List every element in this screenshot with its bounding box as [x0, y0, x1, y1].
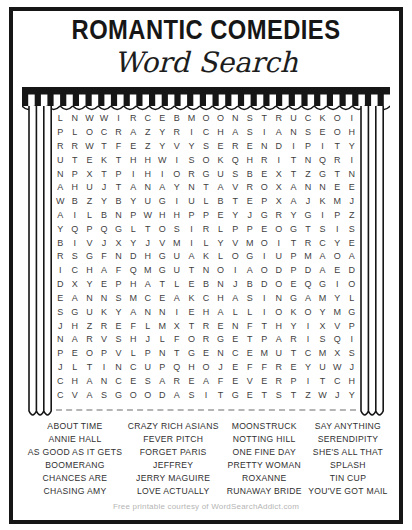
grid-cell: U	[140, 361, 155, 375]
grid-cell: A	[53, 181, 68, 195]
grid-cell: H	[242, 153, 257, 167]
grid-cell: R	[126, 112, 141, 126]
grid-cell: T	[330, 167, 345, 181]
grid-cell: O	[330, 250, 345, 264]
grid-cell: P	[184, 209, 199, 223]
grid-cell: S	[111, 292, 126, 306]
grid-cell: I	[330, 278, 345, 292]
grid-cell: Y	[286, 319, 301, 333]
grid-cell: P	[111, 278, 126, 292]
grid-cell: Q	[330, 333, 345, 347]
grid-cell: K	[97, 305, 112, 319]
grid-cell: H	[140, 167, 155, 181]
grid-cell: L	[126, 222, 141, 236]
grid-cell: J	[53, 361, 68, 375]
word-list-column: SAY ANYTHINGSERENDIPITYSHE'S ALL THATSPL…	[308, 420, 388, 498]
grid-cell: E	[111, 319, 126, 333]
grid-cell: O	[155, 222, 170, 236]
word-item: PRETTY WOMAN	[221, 459, 308, 472]
grid-cell: E	[257, 167, 272, 181]
grid-cell: N	[286, 126, 301, 140]
grid-cell: J	[330, 388, 345, 402]
grid-cell: S	[228, 167, 243, 181]
grid-cell: J	[140, 236, 155, 250]
grid-cell: V	[242, 374, 257, 388]
word-item: FORGET PARIS	[126, 446, 221, 459]
grid-cell: S	[53, 305, 68, 319]
grid-cell: O	[257, 181, 272, 195]
grid-cell: B	[170, 112, 185, 126]
grid-cell: B	[242, 278, 257, 292]
grid-cell: L	[213, 222, 228, 236]
grid-cell: O	[344, 278, 359, 292]
grid-cell: O	[330, 126, 345, 140]
grid-cell: J	[140, 333, 155, 347]
grid-cell: T	[155, 278, 170, 292]
grid-cell: T	[140, 222, 155, 236]
grid-cell: J	[97, 236, 112, 250]
grid-cell: F	[242, 361, 257, 375]
page-subtitle: Word Search	[0, 46, 412, 79]
grid-cell: Y	[228, 209, 243, 223]
word-item: CRAZY RICH ASIANS	[126, 420, 221, 433]
grid-cell: G	[286, 222, 301, 236]
grid-cell: A	[301, 292, 316, 306]
grid-cell: Q	[228, 153, 243, 167]
grid-cell: R	[272, 374, 287, 388]
grid-cell: T	[184, 264, 199, 278]
grid-cell: A	[228, 292, 243, 306]
curtain-right-drape	[359, 106, 385, 420]
grid-cell: I	[301, 319, 316, 333]
grid-cell: Q	[68, 222, 83, 236]
grid-cell: I	[184, 236, 199, 250]
grid-cell: Q	[126, 264, 141, 278]
grid-cell: L	[68, 361, 83, 375]
word-item: RUNAWAY BRIDE	[221, 485, 308, 498]
grid-cell: J	[228, 278, 243, 292]
grid-cell: R	[272, 209, 287, 223]
grid-cell: G	[257, 209, 272, 223]
grid-cell: E	[242, 388, 257, 402]
grid-cell: I	[170, 153, 185, 167]
grid-cell: O	[213, 112, 228, 126]
grid-cell: R	[330, 153, 345, 167]
grid-cell: L	[344, 292, 359, 306]
grid-cell: P	[53, 126, 68, 140]
grid-cell: N	[53, 333, 68, 347]
grid-cell: I	[170, 195, 185, 209]
grid-cell: R	[199, 319, 214, 333]
curtain-left-drape	[27, 106, 53, 420]
grid-cell: L	[213, 250, 228, 264]
grid-cell: N	[97, 292, 112, 306]
grid-cell: T	[228, 195, 243, 209]
grid-cell: G	[155, 250, 170, 264]
grid-cell: J	[242, 209, 257, 223]
grid-cell: R	[301, 236, 316, 250]
grid-cell: H	[140, 250, 155, 264]
grid-cell: O	[199, 361, 214, 375]
grid-cell: N	[301, 153, 316, 167]
grid-cell: F	[111, 140, 126, 154]
grid-cell: Q	[170, 361, 185, 375]
grid-cell: N	[344, 167, 359, 181]
grid-cell: W	[140, 209, 155, 223]
grid-cell: R	[257, 153, 272, 167]
grid-cell: L	[199, 195, 214, 209]
grid-cell: E	[242, 195, 257, 209]
grid-cell: U	[170, 250, 185, 264]
grid-cell: G	[213, 333, 228, 347]
grid-cell: W	[53, 195, 68, 209]
grid-cell: O	[257, 236, 272, 250]
grid-cell: M	[257, 347, 272, 361]
grid-cell: P	[286, 264, 301, 278]
grid-cell: U	[213, 167, 228, 181]
grid-cell: S	[199, 140, 214, 154]
word-item: SPLASH	[308, 459, 388, 472]
grid-cell: T	[257, 112, 272, 126]
grid-cell: Y	[53, 222, 68, 236]
grid-cell: H	[213, 292, 228, 306]
grid-cell: A	[315, 264, 330, 278]
grid-cell: S	[344, 347, 359, 361]
grid-cell: U	[82, 181, 97, 195]
grid-cell: I	[257, 292, 272, 306]
grid-cell: P	[126, 209, 141, 223]
grid-cell: S	[301, 126, 316, 140]
grid-cell: R	[286, 333, 301, 347]
grid-cell: S	[170, 222, 185, 236]
grid-cell: Z	[301, 167, 316, 181]
grid-cell: I	[170, 305, 185, 319]
word-item: ABOUT TIME	[24, 420, 126, 433]
grid-cell: O	[228, 250, 243, 264]
grid-cell: N	[213, 347, 228, 361]
grid-cell: I	[344, 333, 359, 347]
grid-cell: C	[301, 347, 316, 361]
grid-cell: I	[257, 305, 272, 319]
grid-cell: V	[170, 140, 185, 154]
grid-cell: Y	[301, 361, 316, 375]
grid-cell: H	[126, 333, 141, 347]
grid-cell: U	[140, 195, 155, 209]
grid-cell: N	[228, 319, 243, 333]
grid-cell: O	[272, 278, 287, 292]
grid-cell: V	[330, 319, 345, 333]
grid-cell: G	[242, 250, 257, 264]
grid-cell: I	[68, 209, 83, 223]
word-item: SERENDIPITY	[308, 433, 388, 446]
grid-cell: V	[97, 333, 112, 347]
grid-cell: P	[228, 222, 243, 236]
grid-cell: T	[286, 236, 301, 250]
grid-cell: N	[155, 347, 170, 361]
grid-cell: U	[315, 361, 330, 375]
word-item: LOVE ACTUALLY	[126, 485, 221, 498]
grid-cell: X	[111, 236, 126, 250]
word-item: CHASING AMY	[24, 485, 126, 498]
grid-cell: P	[286, 374, 301, 388]
grid-cell: K	[213, 153, 228, 167]
grid-cell: S	[97, 388, 112, 402]
grid-cell: G	[315, 278, 330, 292]
grid-cell: K	[315, 195, 330, 209]
grid-cell: A	[184, 250, 199, 264]
grid-cell: O	[170, 167, 185, 181]
grid-cell: E	[257, 222, 272, 236]
grid-cell: A	[97, 264, 112, 278]
word-item: SHE'S ALL THAT	[308, 446, 388, 459]
grid-cell: O	[82, 126, 97, 140]
grid-cell: C	[199, 126, 214, 140]
grid-cell: L	[155, 333, 170, 347]
grid-cell: R	[53, 250, 68, 264]
grid-cell: I	[199, 388, 214, 402]
grid-cell: H	[126, 153, 141, 167]
grid-cell: I	[315, 209, 330, 223]
grid-cell: V	[82, 236, 97, 250]
grid-cell: Y	[111, 305, 126, 319]
grid-cell: S	[315, 333, 330, 347]
grid-cell: V	[68, 388, 83, 402]
grid-cell: T	[184, 319, 199, 333]
grid-cell: L	[199, 236, 214, 250]
grid-cell: Y	[344, 140, 359, 154]
grid-cell: A	[68, 292, 83, 306]
grid-cell: G	[68, 305, 83, 319]
grid-cell: D	[155, 388, 170, 402]
grid-cell: Y	[126, 195, 141, 209]
grid-cell: H	[68, 374, 83, 388]
grid-cell: C	[111, 374, 126, 388]
grid-cell: G	[301, 209, 316, 223]
grid-cell: I	[344, 153, 359, 167]
grid-cell: A	[82, 388, 97, 402]
grid-cell: I	[272, 153, 287, 167]
grid-cell: Z	[82, 319, 97, 333]
grid-cell: U	[82, 305, 97, 319]
grid-cell: H	[213, 126, 228, 140]
grid-cell: C	[301, 112, 316, 126]
grid-cell: T	[286, 153, 301, 167]
grid-cell: T	[199, 181, 214, 195]
grid-cell: P	[140, 347, 155, 361]
grid-cell: A	[344, 250, 359, 264]
grid-cell: T	[68, 153, 83, 167]
grid-cell: T	[82, 361, 97, 375]
grid-cell: U	[272, 347, 287, 361]
grid-cell: N	[111, 361, 126, 375]
grid-cell: B	[242, 167, 257, 181]
grid-cell: W	[155, 153, 170, 167]
grid-cell: R	[199, 222, 214, 236]
grid-cell: K	[184, 292, 199, 306]
grid-cell: H	[68, 181, 83, 195]
grid-cell: N	[111, 250, 126, 264]
grid-cell: R	[199, 333, 214, 347]
grid-cell: P	[97, 347, 112, 361]
grid-cell: P	[199, 209, 214, 223]
grid-cell: E	[213, 319, 228, 333]
grid-cell: F	[126, 319, 141, 333]
grid-cell: U	[184, 195, 199, 209]
grid-cell: R	[111, 126, 126, 140]
grid-cell: F	[213, 374, 228, 388]
grid-cell: G	[184, 347, 199, 361]
grid-cell: E	[344, 236, 359, 250]
grid-cell: M	[170, 236, 185, 250]
grid-cell: T	[97, 167, 112, 181]
grid-cell: I	[126, 167, 141, 181]
grid-cell: T	[286, 347, 301, 361]
grid-cell: L	[53, 112, 68, 126]
grid-cell: H	[272, 319, 287, 333]
grid-cell: V	[228, 181, 243, 195]
grid-cell: R	[170, 126, 185, 140]
curtain-valance	[22, 87, 390, 114]
grid-cell: E	[68, 347, 83, 361]
grid-cell: C	[315, 236, 330, 250]
grid-cell: L	[82, 209, 97, 223]
grid-cell: I	[184, 126, 199, 140]
grid-cell: O	[272, 305, 287, 319]
grid-cell: Y	[330, 236, 345, 250]
grid-cell: F	[170, 333, 185, 347]
grid-cell: O	[184, 333, 199, 347]
grid-cell: G	[111, 388, 126, 402]
grid-cell: M	[140, 264, 155, 278]
grid-cell: C	[330, 374, 345, 388]
grid-cell: V	[228, 236, 243, 250]
grid-cell: E	[286, 361, 301, 375]
grid-cell: L	[68, 126, 83, 140]
grid-cell: G	[286, 292, 301, 306]
grid-cell: R	[272, 112, 287, 126]
grid-cell: P	[330, 209, 345, 223]
grid-cell: E	[228, 333, 243, 347]
word-item: ANNIE HALL	[24, 433, 126, 446]
grid-cell: I	[272, 236, 287, 250]
word-item: ONE FINE DAY	[221, 446, 308, 459]
grid-cell: Y	[286, 209, 301, 223]
grid-cell: W	[315, 388, 330, 402]
grid-cell: N	[140, 181, 155, 195]
grid-cell: X	[272, 181, 287, 195]
grid-cell: E	[199, 347, 214, 361]
page-title: ROMANTIC COMEDIES	[25, 15, 388, 46]
grid-cell: M	[184, 112, 199, 126]
grid-cell: V	[155, 236, 170, 250]
grid-cell: A	[286, 181, 301, 195]
grid-cell: W	[82, 140, 97, 154]
grid-cell: Y	[330, 292, 345, 306]
grid-cell: D	[257, 278, 272, 292]
grid-cell: F	[97, 250, 112, 264]
grid-cell: A	[315, 250, 330, 264]
grid-cell: L	[140, 319, 155, 333]
grid-cell: L	[170, 278, 185, 292]
grid-cell: L	[228, 305, 243, 319]
word-item: YOU'VE GOT MAIL	[308, 485, 388, 498]
grid-cell: I	[184, 222, 199, 236]
grid-cell: E	[315, 126, 330, 140]
grid-cell: H	[155, 209, 170, 223]
grid-cell: Y	[155, 126, 170, 140]
grid-cell: H	[126, 278, 141, 292]
grid-cell: R	[272, 361, 287, 375]
grid-cell: A	[199, 374, 214, 388]
grid-cell: O	[126, 388, 141, 402]
grid-cell: Y	[315, 305, 330, 319]
grid-cell: T	[286, 388, 301, 402]
grid-cell: A	[170, 388, 185, 402]
grid-cell: M	[301, 250, 316, 264]
grid-cell: E	[242, 140, 257, 154]
grid-cell: H	[184, 361, 199, 375]
grid-cell: P	[257, 195, 272, 209]
grid-cell: P	[68, 167, 83, 181]
grid-cell: W	[97, 112, 112, 126]
grid-cell: A	[272, 333, 287, 347]
grid-cell: T	[257, 319, 272, 333]
grid-cell: G	[344, 305, 359, 319]
grid-cell: T	[213, 388, 228, 402]
grid-cell: E	[126, 140, 141, 154]
grid-cell: Y	[82, 278, 97, 292]
grid-cell: X	[272, 195, 287, 209]
grid-cell: A	[53, 209, 68, 223]
grid-cell: H	[344, 374, 359, 388]
grid-cell: K	[199, 250, 214, 264]
grid-cell: A	[126, 305, 141, 319]
grid-cell: N	[315, 181, 330, 195]
grid-cell: R	[97, 319, 112, 333]
grid-cell: E	[184, 305, 199, 319]
grid-cell: M	[315, 292, 330, 306]
grid-cell: S	[344, 222, 359, 236]
grid-cell: C	[140, 292, 155, 306]
grid-cell: G	[82, 250, 97, 264]
grid-cell: O	[301, 305, 316, 319]
grid-cell: I	[97, 361, 112, 375]
grid-cell: D	[126, 250, 141, 264]
grid-cell: H	[170, 209, 185, 223]
grid-cell: M	[330, 305, 345, 319]
grid-cell: T	[330, 140, 345, 154]
grid-cell: J	[344, 195, 359, 209]
grid-cell: N	[301, 181, 316, 195]
grid-cell: I	[155, 167, 170, 181]
grid-cell: O	[140, 388, 155, 402]
grid-cell: X	[68, 278, 83, 292]
grid-cell: E	[228, 361, 243, 375]
grid-cell: N	[155, 305, 170, 319]
grid-cell: E	[184, 278, 199, 292]
grid-cell: C	[228, 347, 243, 361]
grid-cell: I	[68, 236, 83, 250]
word-item: BOOMERANG	[24, 459, 126, 472]
grid-cell: J	[344, 361, 359, 375]
grid-cell: S	[272, 388, 287, 402]
grid-cell: U	[170, 264, 185, 278]
grid-cell: E	[344, 181, 359, 195]
grid-cell: A	[155, 374, 170, 388]
grid-cell: A	[242, 264, 257, 278]
grid-cell: Z	[344, 209, 359, 223]
grid-cell: C	[53, 388, 68, 402]
